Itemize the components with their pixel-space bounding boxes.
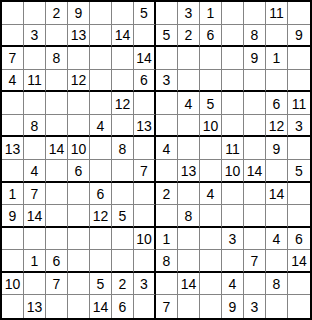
sudoku-cell-empty[interactable]: [266, 70, 288, 93]
sudoku-cell-empty[interactable]: [288, 137, 310, 160]
sudoku-cell-empty[interactable]: [200, 295, 222, 318]
sudoku-cell-empty[interactable]: [288, 205, 310, 228]
sudoku-cell-given: 14: [112, 25, 134, 48]
sudoku-cell-given: 7: [46, 273, 68, 296]
sudoku-cell-given: 7: [2, 47, 24, 70]
sudoku-cell-given: 12: [68, 70, 90, 93]
sudoku-cell-empty[interactable]: [46, 115, 68, 138]
sudoku-cell-empty[interactable]: [46, 183, 68, 206]
sudoku-cell-empty[interactable]: [68, 205, 90, 228]
sudoku-cell-empty[interactable]: [90, 25, 112, 48]
sudoku-cell-given: 11: [288, 92, 310, 115]
sudoku-cell-empty[interactable]: [266, 25, 288, 48]
sudoku-cell-given: 13: [134, 115, 156, 138]
sudoku-cell-empty[interactable]: [244, 92, 266, 115]
sudoku-cell-given: 4: [200, 183, 222, 206]
sudoku-cell-given: 4: [266, 228, 288, 251]
sudoku-cell-given: 9: [68, 2, 90, 25]
sudoku-cell-empty[interactable]: [112, 228, 134, 251]
sudoku-cell-empty[interactable]: [200, 250, 222, 273]
sudoku-cell-given: 1: [200, 2, 222, 25]
sudoku-cell-given: 14: [24, 205, 46, 228]
sudoku-cell-empty[interactable]: [2, 228, 24, 251]
sudoku-cell-empty[interactable]: [244, 205, 266, 228]
sudoku-cell-given: 6: [134, 70, 156, 93]
sudoku-cell-given: 13: [178, 160, 200, 183]
sudoku-cell-given: 14: [46, 137, 68, 160]
sudoku-cell-empty[interactable]: [178, 250, 200, 273]
sudoku-cell-given: 5: [134, 2, 156, 25]
sudoku-cell-given: 4: [178, 92, 200, 115]
sudoku-cell-empty[interactable]: [46, 228, 68, 251]
sudoku-cell-empty[interactable]: [156, 160, 178, 183]
sudoku-cell-given: 9: [2, 205, 24, 228]
sudoku-cell-empty[interactable]: [134, 250, 156, 273]
sudoku-cell-empty[interactable]: [134, 137, 156, 160]
sudoku-cell-given: 10: [2, 273, 24, 296]
sudoku-cell-empty[interactable]: [222, 205, 244, 228]
sudoku-cell-empty[interactable]: [2, 160, 24, 183]
sudoku-cell-empty[interactable]: [112, 2, 134, 25]
sudoku-cell-empty[interactable]: [222, 70, 244, 93]
sudoku-cell-empty[interactable]: [68, 183, 90, 206]
sudoku-cell-empty[interactable]: [178, 183, 200, 206]
sudoku-cell-empty[interactable]: [266, 295, 288, 318]
sudoku-cell-given: 14: [266, 183, 288, 206]
sudoku-cell-empty[interactable]: [2, 25, 24, 48]
sudoku-cell-empty[interactable]: [200, 70, 222, 93]
sudoku-cell-empty[interactable]: [222, 25, 244, 48]
sudoku-cell-given: 13: [2, 137, 24, 160]
sudoku-cell-given: 6: [68, 160, 90, 183]
sudoku-cell-empty[interactable]: [288, 183, 310, 206]
sudoku-cell-empty[interactable]: [200, 205, 222, 228]
sudoku-cell-given: 11: [222, 137, 244, 160]
sudoku-cell-empty[interactable]: [2, 295, 24, 318]
sudoku-cell-empty[interactable]: [24, 47, 46, 70]
sudoku-cell-empty[interactable]: [156, 47, 178, 70]
sudoku-cell-empty[interactable]: [244, 2, 266, 25]
sudoku-cell-empty[interactable]: [46, 160, 68, 183]
sudoku-cell-empty[interactable]: [244, 70, 266, 93]
sudoku-cell-empty[interactable]: [134, 92, 156, 115]
sudoku-cell-empty[interactable]: [178, 47, 200, 70]
sudoku-cell-empty[interactable]: [200, 228, 222, 251]
sudoku-cell-empty[interactable]: [288, 295, 310, 318]
sudoku-cell-given: 10: [222, 160, 244, 183]
sudoku-cell-given: 7: [24, 183, 46, 206]
sudoku-cell-empty[interactable]: [68, 47, 90, 70]
sudoku-cell-empty[interactable]: [244, 183, 266, 206]
sudoku-cell-empty[interactable]: [90, 137, 112, 160]
sudoku-cell-given: 9: [266, 137, 288, 160]
sudoku-cell-given: 13: [24, 295, 46, 318]
sudoku-cell-empty[interactable]: [46, 92, 68, 115]
sudoku-cell-empty[interactable]: [134, 25, 156, 48]
sudoku-cell-given: 10: [68, 137, 90, 160]
sudoku-cell-empty[interactable]: [222, 115, 244, 138]
sudoku-cell-empty[interactable]: [222, 2, 244, 25]
sudoku-cell-empty[interactable]: [90, 228, 112, 251]
sudoku-cell-empty[interactable]: [222, 183, 244, 206]
sudoku-cell-empty[interactable]: [68, 115, 90, 138]
sudoku-cell-given: 9: [288, 25, 310, 48]
sudoku-cell-given: 8: [244, 25, 266, 48]
sudoku-cell-given: 10: [200, 115, 222, 138]
sudoku-cell-given: 14: [90, 295, 112, 318]
sudoku-cell-empty[interactable]: [288, 273, 310, 296]
sudoku-cell-given: 6: [288, 228, 310, 251]
sudoku-cell-given: 4: [156, 137, 178, 160]
sudoku-cell-given: 3: [222, 228, 244, 251]
sudoku-cell-empty[interactable]: [244, 115, 266, 138]
sudoku-cell-given: 11: [266, 2, 288, 25]
sudoku-cell-empty[interactable]: [288, 47, 310, 70]
sudoku-cell-empty[interactable]: [134, 183, 156, 206]
sudoku-cell-empty[interactable]: [156, 92, 178, 115]
sudoku-cell-given: 3: [244, 295, 266, 318]
sudoku-cell-empty[interactable]: [24, 228, 46, 251]
sudoku-cell-given: 6: [90, 183, 112, 206]
sudoku-cell-given: 7: [244, 250, 266, 273]
sudoku-cell-given: 9: [244, 47, 266, 70]
sudoku-cell-given: 14: [178, 273, 200, 296]
sudoku-cell-empty[interactable]: [90, 47, 112, 70]
sudoku-cell-given: 6: [46, 250, 68, 273]
sudoku-cell-empty[interactable]: [90, 160, 112, 183]
sudoku-cell-empty[interactable]: [178, 137, 200, 160]
sudoku-cell-empty[interactable]: [222, 250, 244, 273]
sudoku-cell-empty[interactable]: [288, 70, 310, 93]
sudoku-cell-given: 8: [156, 250, 178, 273]
sudoku-cell-empty[interactable]: [90, 250, 112, 273]
sudoku-cell-empty[interactable]: [222, 92, 244, 115]
sudoku-cell-given: 5: [112, 205, 134, 228]
sudoku-cell-given: 1: [2, 183, 24, 206]
sudoku-cell-empty[interactable]: [156, 2, 178, 25]
sudoku-cell-given: 5: [200, 92, 222, 115]
sudoku-cell-empty[interactable]: [112, 70, 134, 93]
sudoku-cell-empty[interactable]: [24, 92, 46, 115]
sudoku-cell-given: 2: [112, 273, 134, 296]
sudoku-cell-empty[interactable]: [178, 295, 200, 318]
sudoku-cell-empty[interactable]: [46, 25, 68, 48]
sudoku-cell-empty[interactable]: [90, 70, 112, 93]
sudoku-cell-given: 14: [288, 250, 310, 273]
sudoku-cell-empty[interactable]: [46, 295, 68, 318]
sudoku-cell-given: 5: [90, 273, 112, 296]
sudoku-board: 2953111313145268978149141112631245611841…: [0, 0, 312, 320]
sudoku-cell-empty[interactable]: [266, 250, 288, 273]
sudoku-cell-empty[interactable]: [200, 273, 222, 296]
sudoku-cell-empty[interactable]: [90, 2, 112, 25]
sudoku-cell-empty[interactable]: [2, 115, 24, 138]
sudoku-cell-given: 1: [156, 228, 178, 251]
sudoku-cell-given: 5: [288, 160, 310, 183]
sudoku-cell-given: 4: [222, 273, 244, 296]
sudoku-cell-empty[interactable]: [244, 228, 266, 251]
sudoku-cell-given: 1: [266, 47, 288, 70]
sudoku-cell-empty[interactable]: [68, 228, 90, 251]
sudoku-cell-given: 4: [2, 70, 24, 93]
sudoku-cell-given: 8: [112, 137, 134, 160]
sudoku-cell-empty[interactable]: [112, 250, 134, 273]
sudoku-cell-empty[interactable]: [112, 47, 134, 70]
sudoku-cell-given: 12: [112, 92, 134, 115]
sudoku-cell-given: 2: [46, 2, 68, 25]
sudoku-cell-given: 14: [134, 47, 156, 70]
sudoku-cell-empty[interactable]: [266, 160, 288, 183]
sudoku-cell-empty[interactable]: [178, 70, 200, 93]
sudoku-cell-given: 4: [90, 115, 112, 138]
sudoku-cell-empty[interactable]: [156, 115, 178, 138]
sudoku-cell-empty[interactable]: [156, 273, 178, 296]
sudoku-cell-empty[interactable]: [46, 205, 68, 228]
sudoku-cell-empty[interactable]: [156, 205, 178, 228]
sudoku-cell-given: 4: [24, 160, 46, 183]
sudoku-cell-empty[interactable]: [266, 205, 288, 228]
sudoku-cell-empty[interactable]: [134, 295, 156, 318]
sudoku-cell-given: 3: [288, 115, 310, 138]
sudoku-cell-given: 3: [156, 70, 178, 93]
sudoku-cell-given: 8: [178, 205, 200, 228]
sudoku-cell-empty[interactable]: [68, 295, 90, 318]
sudoku-cell-given: 7: [134, 160, 156, 183]
sudoku-cell-given: 14: [244, 160, 266, 183]
sudoku-cell-empty[interactable]: [200, 160, 222, 183]
sudoku-cell-given: 5: [156, 25, 178, 48]
sudoku-cell-empty[interactable]: [200, 47, 222, 70]
sudoku-cell-empty[interactable]: [178, 228, 200, 251]
sudoku-cell-given: 9: [222, 295, 244, 318]
sudoku-cell-given: 7: [156, 295, 178, 318]
sudoku-cell-empty[interactable]: [68, 92, 90, 115]
sudoku-cell-given: 2: [178, 25, 200, 48]
sudoku-cell-given: 8: [266, 273, 288, 296]
sudoku-cell-empty[interactable]: [200, 137, 222, 160]
sudoku-cell-given: 2: [156, 183, 178, 206]
sudoku-cell-given: 3: [178, 2, 200, 25]
sudoku-cell-given: 10: [134, 228, 156, 251]
sudoku-cell-empty[interactable]: [134, 205, 156, 228]
sudoku-cell-empty[interactable]: [178, 115, 200, 138]
sudoku-cell-given: 6: [112, 295, 134, 318]
sudoku-cell-empty[interactable]: [244, 137, 266, 160]
sudoku-cell-given: 11: [24, 70, 46, 93]
sudoku-cell-empty[interactable]: [90, 92, 112, 115]
sudoku-cell-empty[interactable]: [112, 160, 134, 183]
sudoku-cell-given: 6: [266, 92, 288, 115]
sudoku-cell-given: 3: [24, 25, 46, 48]
sudoku-cell-empty[interactable]: [68, 250, 90, 273]
sudoku-cell-given: 12: [90, 205, 112, 228]
sudoku-cell-empty[interactable]: [24, 273, 46, 296]
sudoku-cell-empty[interactable]: [288, 2, 310, 25]
sudoku-cell-empty[interactable]: [244, 273, 266, 296]
sudoku-cell-empty[interactable]: [2, 250, 24, 273]
sudoku-cell-empty[interactable]: [46, 70, 68, 93]
sudoku-cell-empty[interactable]: [2, 92, 24, 115]
sudoku-cell-given: 1: [24, 250, 46, 273]
sudoku-cell-given: 8: [24, 115, 46, 138]
sudoku-cell-empty[interactable]: [112, 183, 134, 206]
sudoku-cell-empty[interactable]: [68, 273, 90, 296]
sudoku-cell-empty[interactable]: [222, 47, 244, 70]
sudoku-cell-given: 6: [200, 25, 222, 48]
sudoku-cell-given: 12: [266, 115, 288, 138]
sudoku-cell-given: 13: [68, 25, 90, 48]
sudoku-cell-empty[interactable]: [24, 137, 46, 160]
sudoku-cell-given: 3: [134, 273, 156, 296]
sudoku-cell-empty[interactable]: [2, 2, 24, 25]
sudoku-cell-given: 8: [46, 47, 68, 70]
sudoku-cell-empty[interactable]: [24, 2, 46, 25]
sudoku-cell-empty[interactable]: [112, 115, 134, 138]
